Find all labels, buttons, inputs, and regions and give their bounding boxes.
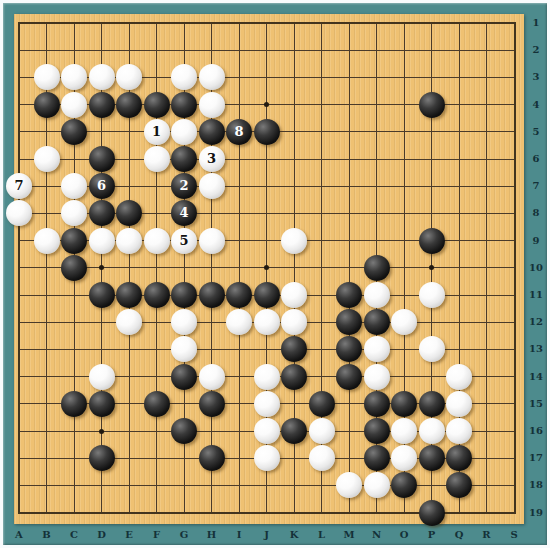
go-board-screenshot: 12345678 ABCDEFGHIJKLMNOPQRS123456789101… [0, 0, 550, 548]
goban-wood-surface [14, 14, 524, 524]
